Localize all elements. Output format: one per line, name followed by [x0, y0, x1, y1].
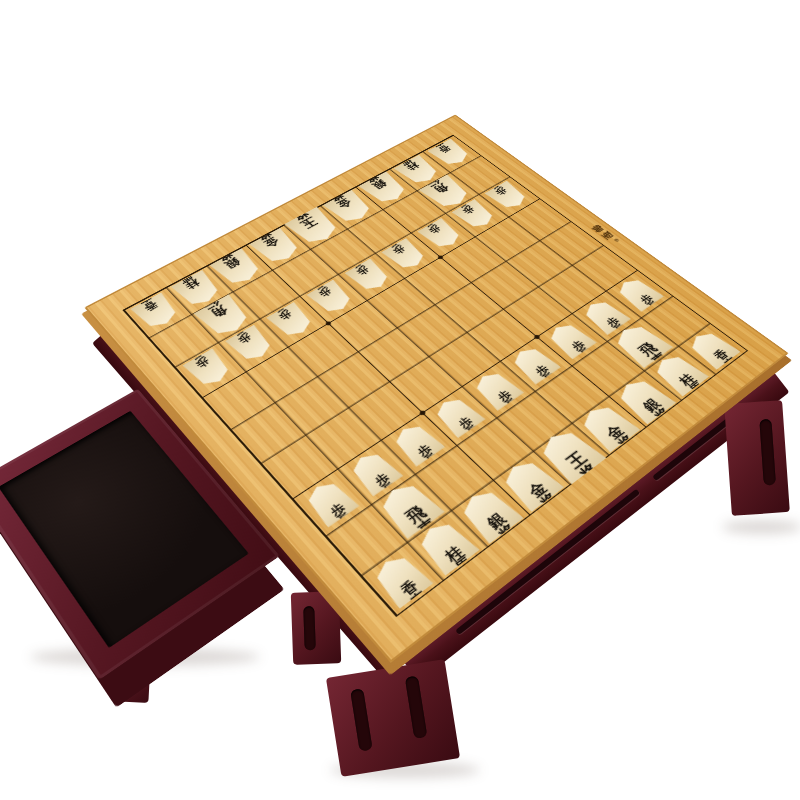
piece-silver-7i[interactable]: 銀将 — [455, 484, 524, 543]
piece-kanji: 銀 — [640, 396, 663, 414]
board-cell-8i — [407, 511, 489, 583]
board-cell-6g — [422, 387, 496, 446]
board-cell-7g — [380, 413, 456, 475]
piece-pawn-6g[interactable]: 歩兵 — [430, 393, 486, 438]
hoshi-dot — [534, 335, 539, 339]
piece-kanji: 金 — [604, 423, 627, 441]
piece-kanji: 桂 — [677, 372, 698, 388]
piece-kanji: 車 — [649, 350, 672, 368]
piece-kanji: 将 — [616, 433, 639, 452]
piece-knight-2i[interactable]: 桂馬 — [649, 351, 709, 397]
piece-pawn-7g[interactable]: 歩兵 — [389, 420, 445, 467]
piece-kanji: 車 — [722, 355, 741, 369]
piece-kanji: 飛 — [636, 341, 659, 358]
board-cell-4h — [535, 366, 609, 423]
board-cell-7e — [317, 352, 389, 408]
piece-kanji: 兵 — [578, 346, 596, 360]
hoshi-dot — [437, 255, 442, 259]
piece-knight-8i[interactable]: 桂馬 — [413, 516, 480, 575]
piece-kanji: 王 — [563, 449, 590, 471]
piece-pawn-9c[interactable]: 歩兵 — [182, 349, 234, 391]
piece-kanji: 将 — [538, 491, 562, 511]
piece-kanji: 桂 — [442, 543, 465, 564]
piece-kanji: 歩 — [328, 501, 348, 518]
scene: 御聖® 香車桂馬銀将金将玉将金将銀将桂馬香車角行角行歩兵歩兵歩兵歩兵歩兵歩兵歩兵… — [0, 0, 800, 800]
board-cell-9h — [326, 505, 407, 576]
piece-gold-4i[interactable]: 金将 — [575, 400, 640, 452]
piece-lance-9i[interactable]: 香車 — [368, 550, 433, 609]
board-cell-6e — [358, 328, 429, 382]
board-cell-9f — [261, 435, 338, 499]
board-cell-8e — [275, 377, 348, 435]
board-cell-6f — [389, 356, 462, 412]
piece-kanji: 歩 — [456, 415, 475, 430]
piece-kanji: 飛 — [403, 504, 429, 526]
hoshi-dot — [419, 411, 425, 416]
board-cell-9e — [230, 403, 305, 464]
board-cell-3i — [608, 371, 682, 429]
piece-pawn-5g[interactable]: 歩兵 — [469, 368, 524, 411]
piece-kanji: 香 — [398, 578, 420, 598]
board-cell-6h — [456, 418, 532, 480]
piece-kanji: 香 — [711, 348, 730, 362]
piece-kanji: 車 — [415, 516, 441, 539]
piece-kanji: 兵 — [381, 480, 401, 497]
piece-pawn-4g[interactable]: 歩兵 — [507, 343, 561, 384]
piece-kanji: 歩 — [569, 339, 587, 352]
piece-kanji: 歩 — [193, 356, 211, 370]
piece-kanji: 車 — [408, 589, 430, 609]
board-cell-8g — [337, 440, 414, 504]
board-cell-9i — [361, 542, 445, 617]
piece-kanji: 馬 — [453, 555, 477, 576]
board-cell-2i — [644, 346, 717, 401]
piece-lance-1i[interactable]: 香車 — [684, 328, 740, 370]
board-assembly: 御聖® 香車桂馬銀将金将玉将金将銀将桂馬香車角行角行歩兵歩兵歩兵歩兵歩兵歩兵歩兵… — [84, 114, 789, 663]
board-cell-1i — [678, 322, 750, 375]
board-cell-8h — [371, 475, 451, 543]
board-cell-5h — [496, 391, 571, 451]
board-cell-5g — [462, 361, 535, 418]
piece-pawn-9g[interactable]: 歩兵 — [301, 477, 359, 528]
board-cell-9d — [202, 372, 275, 430]
piece-kanji: 歩 — [236, 332, 254, 345]
hoshi-dot — [325, 321, 331, 325]
board-cell-7i — [451, 480, 531, 548]
board-cell-9c — [175, 342, 246, 397]
product-photo-shogi-set: { "game": "shogi", "scene": { "descripti… — [0, 0, 800, 800]
piece-pawn-8g[interactable]: 歩兵 — [346, 448, 403, 497]
registered-mark: ® — [613, 237, 622, 243]
piece-kanji: 兵 — [542, 371, 560, 385]
piece-kanji: 将 — [577, 461, 604, 483]
board-cell-7f — [348, 382, 422, 441]
piece-kanji: 銀 — [484, 511, 509, 532]
piece-kanji: 金 — [526, 480, 550, 500]
piece-kanji: 歩 — [495, 389, 514, 404]
board-cell-7h — [415, 446, 493, 511]
board-cell-7d — [287, 323, 357, 376]
piece-kanji: 馬 — [688, 380, 709, 396]
piece-kanji: 歩 — [415, 443, 434, 459]
piece-rook-8h[interactable]: 飛車 — [374, 477, 445, 538]
board-cell-8f — [305, 408, 380, 469]
board-cell-3h — [571, 342, 643, 397]
piece-kanji: 将 — [652, 406, 675, 424]
piece-kanji: 歩 — [372, 471, 392, 487]
piece-kanji: 兵 — [465, 423, 484, 438]
piece-kanji: 兵 — [424, 451, 443, 467]
board-cell-6i — [493, 451, 572, 516]
piece-kanji: 兵 — [504, 397, 523, 412]
piece-silver-3i[interactable]: 銀将 — [612, 374, 676, 424]
piece-kanji: 兵 — [336, 511, 356, 528]
piece-king-5i[interactable]: 王将 — [534, 425, 607, 484]
board-cell-4i — [571, 396, 647, 456]
board-cell-4g — [500, 337, 572, 392]
piece-gold-6i[interactable]: 金将 — [497, 455, 565, 512]
board-cell-5f — [428, 332, 499, 386]
board-cell-8d — [245, 347, 316, 402]
piece-kanji: 将 — [496, 522, 521, 543]
piece-kanji: 兵 — [187, 348, 205, 362]
piece-pawn-8c[interactable]: 歩兵 — [225, 325, 276, 365]
board-cell-9g — [292, 469, 371, 536]
board-cell-5i — [533, 423, 610, 486]
piece-kanji: 歩 — [533, 363, 551, 377]
